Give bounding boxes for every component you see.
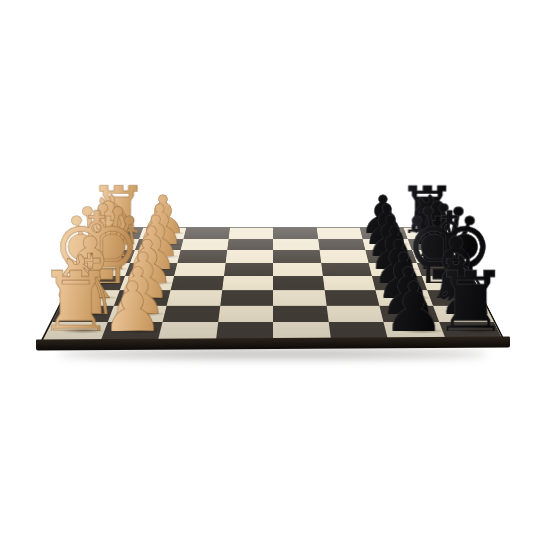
board-ground-shadow — [58, 350, 488, 358]
board-3d-scene: ♜♞♝♛♚♝♞♜♟♟♟♟♟♟♟♟♟♟♟♟♟♟♟♟♜♞♝♛♚♝♞♜ — [0, 0, 540, 540]
pieces-layer: ♜♞♝♛♚♝♞♜♟♟♟♟♟♟♟♟♟♟♟♟♟♟♟♟♜♞♝♛♚♝♞♜ — [43, 228, 503, 340]
chess-set-photo: ♜♞♝♛♚♝♞♜♟♟♟♟♟♟♟♟♟♟♟♟♟♟♟♟♜♞♝♛♚♝♞♜ — [0, 0, 540, 540]
black-pawn-h7[interactable]: ♟ — [358, 260, 471, 331]
chess-board: ♜♞♝♛♚♝♞♜♟♟♟♟♟♟♟♟♟♟♟♟♟♟♟♟♜♞♝♛♚♝♞♜ — [43, 228, 503, 340]
white-rook-h1[interactable]: ♜ — [19, 245, 132, 331]
